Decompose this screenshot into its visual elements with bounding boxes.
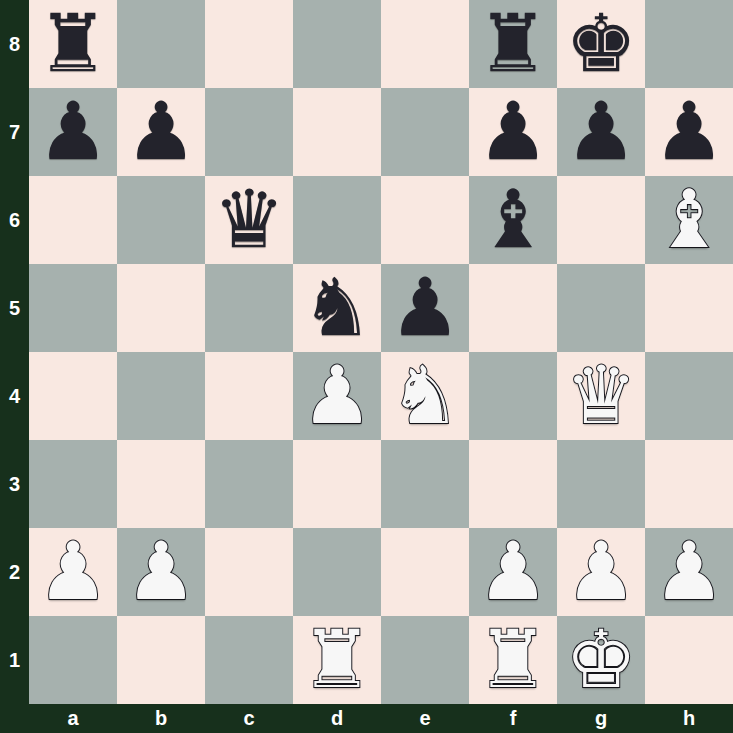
square-a3[interactable] xyxy=(29,440,117,528)
square-g1[interactable]: ♚ xyxy=(557,616,645,704)
white-bishop[interactable]: ♝ xyxy=(653,176,725,264)
rank-label-3: 3 xyxy=(0,440,29,528)
square-c8[interactable] xyxy=(205,0,293,88)
white-rook[interactable]: ♜ xyxy=(477,616,549,704)
file-label-h: h xyxy=(645,704,733,733)
square-e3[interactable] xyxy=(381,440,469,528)
file-coordinates-rail: abcdefgh xyxy=(29,704,733,733)
black-pawn[interactable]: ♟ xyxy=(389,264,461,352)
square-h6[interactable]: ♝ xyxy=(645,176,733,264)
rank-label-7: 7 xyxy=(0,88,29,176)
black-rook[interactable]: ♜ xyxy=(477,0,549,88)
square-b5[interactable] xyxy=(117,264,205,352)
square-h3[interactable] xyxy=(645,440,733,528)
square-a2[interactable]: ♟ xyxy=(29,528,117,616)
square-f2[interactable]: ♟ xyxy=(469,528,557,616)
square-a5[interactable] xyxy=(29,264,117,352)
chess-board-frame: 87654321 ♜♜♚♟♟♟♟♟♛♝♝♞♟♟♞♛♟♟♟♟♟♜♜♚ abcdef… xyxy=(0,0,733,733)
square-c5[interactable] xyxy=(205,264,293,352)
square-b7[interactable]: ♟ xyxy=(117,88,205,176)
file-label-d: d xyxy=(293,704,381,733)
square-h1[interactable] xyxy=(645,616,733,704)
square-b1[interactable] xyxy=(117,616,205,704)
black-pawn[interactable]: ♟ xyxy=(565,88,637,176)
square-g4[interactable]: ♛ xyxy=(557,352,645,440)
square-a7[interactable]: ♟ xyxy=(29,88,117,176)
black-rook[interactable]: ♜ xyxy=(37,0,109,88)
square-g8[interactable]: ♚ xyxy=(557,0,645,88)
square-f1[interactable]: ♜ xyxy=(469,616,557,704)
square-d2[interactable] xyxy=(293,528,381,616)
square-c1[interactable] xyxy=(205,616,293,704)
rank-label-1: 1 xyxy=(0,616,29,704)
square-b2[interactable]: ♟ xyxy=(117,528,205,616)
square-c7[interactable] xyxy=(205,88,293,176)
white-pawn[interactable]: ♟ xyxy=(301,352,373,440)
white-pawn[interactable]: ♟ xyxy=(653,528,725,616)
rank-coordinates-rail: 87654321 xyxy=(0,0,29,704)
square-e1[interactable] xyxy=(381,616,469,704)
square-f6[interactable]: ♝ xyxy=(469,176,557,264)
white-pawn[interactable]: ♟ xyxy=(477,528,549,616)
black-bishop[interactable]: ♝ xyxy=(477,176,549,264)
square-g2[interactable]: ♟ xyxy=(557,528,645,616)
square-d5[interactable]: ♞ xyxy=(293,264,381,352)
black-pawn[interactable]: ♟ xyxy=(125,88,197,176)
square-g3[interactable] xyxy=(557,440,645,528)
square-f5[interactable] xyxy=(469,264,557,352)
square-a6[interactable] xyxy=(29,176,117,264)
square-d1[interactable]: ♜ xyxy=(293,616,381,704)
white-pawn[interactable]: ♟ xyxy=(125,528,197,616)
square-b3[interactable] xyxy=(117,440,205,528)
white-pawn[interactable]: ♟ xyxy=(37,528,109,616)
square-f3[interactable] xyxy=(469,440,557,528)
square-e5[interactable]: ♟ xyxy=(381,264,469,352)
file-label-b: b xyxy=(117,704,205,733)
file-label-e: e xyxy=(381,704,469,733)
square-c6[interactable]: ♛ xyxy=(205,176,293,264)
square-h4[interactable] xyxy=(645,352,733,440)
square-g5[interactable] xyxy=(557,264,645,352)
square-b4[interactable] xyxy=(117,352,205,440)
square-d3[interactable] xyxy=(293,440,381,528)
white-pawn[interactable]: ♟ xyxy=(565,528,637,616)
rank-label-5: 5 xyxy=(0,264,29,352)
file-label-c: c xyxy=(205,704,293,733)
file-label-g: g xyxy=(557,704,645,733)
black-knight[interactable]: ♞ xyxy=(301,264,373,352)
square-h7[interactable]: ♟ xyxy=(645,88,733,176)
rank-label-6: 6 xyxy=(0,176,29,264)
square-e2[interactable] xyxy=(381,528,469,616)
square-c4[interactable] xyxy=(205,352,293,440)
square-d4[interactable]: ♟ xyxy=(293,352,381,440)
square-h8[interactable] xyxy=(645,0,733,88)
square-d7[interactable] xyxy=(293,88,381,176)
square-f4[interactable] xyxy=(469,352,557,440)
black-king[interactable]: ♚ xyxy=(565,0,637,88)
square-b8[interactable] xyxy=(117,0,205,88)
board: ♜♜♚♟♟♟♟♟♛♝♝♞♟♟♞♛♟♟♟♟♟♜♜♚ xyxy=(29,0,733,704)
file-label-f: f xyxy=(469,704,557,733)
rank-label-4: 4 xyxy=(0,352,29,440)
black-pawn[interactable]: ♟ xyxy=(37,88,109,176)
square-e6[interactable] xyxy=(381,176,469,264)
square-a8[interactable]: ♜ xyxy=(29,0,117,88)
square-e8[interactable] xyxy=(381,0,469,88)
square-d6[interactable] xyxy=(293,176,381,264)
square-g7[interactable]: ♟ xyxy=(557,88,645,176)
square-h5[interactable] xyxy=(645,264,733,352)
square-e7[interactable] xyxy=(381,88,469,176)
square-b6[interactable] xyxy=(117,176,205,264)
square-d8[interactable] xyxy=(293,0,381,88)
square-h2[interactable]: ♟ xyxy=(645,528,733,616)
rank-label-2: 2 xyxy=(0,528,29,616)
square-c3[interactable] xyxy=(205,440,293,528)
square-g6[interactable] xyxy=(557,176,645,264)
black-pawn[interactable]: ♟ xyxy=(477,88,549,176)
square-f8[interactable]: ♜ xyxy=(469,0,557,88)
square-c2[interactable] xyxy=(205,528,293,616)
white-knight[interactable]: ♞ xyxy=(389,352,461,440)
black-pawn[interactable]: ♟ xyxy=(653,88,725,176)
square-e4[interactable]: ♞ xyxy=(381,352,469,440)
black-queen[interactable]: ♛ xyxy=(213,176,285,264)
file-label-a: a xyxy=(29,704,117,733)
white-queen[interactable]: ♛ xyxy=(565,352,637,440)
square-a1[interactable] xyxy=(29,616,117,704)
white-rook[interactable]: ♜ xyxy=(301,616,373,704)
square-a4[interactable] xyxy=(29,352,117,440)
rank-label-8: 8 xyxy=(0,0,29,88)
white-king[interactable]: ♚ xyxy=(565,616,637,704)
square-f7[interactable]: ♟ xyxy=(469,88,557,176)
